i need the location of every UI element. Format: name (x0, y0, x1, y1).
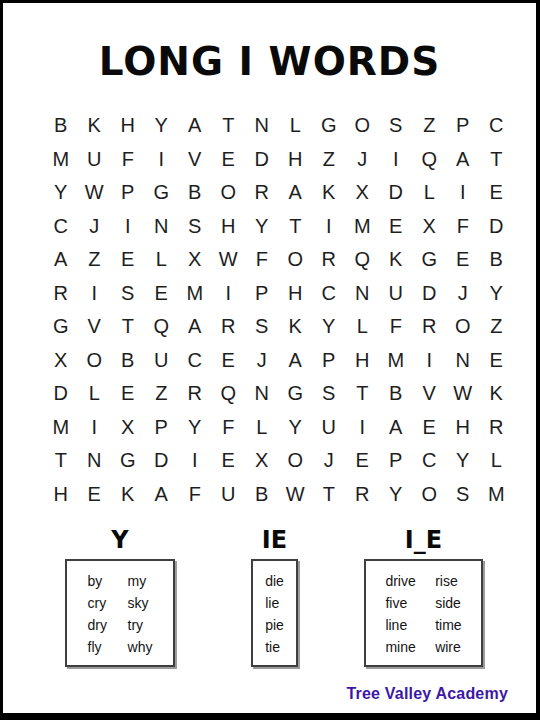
word-list-box: drivefivelineminerisesidetimewire (364, 559, 483, 667)
grid-cell-letter: U (379, 277, 413, 311)
grid-cell-letter: E (78, 478, 112, 512)
grid-cell-letter: X (245, 444, 279, 478)
word-list-item: time (435, 618, 461, 632)
grid-cell-letter: S (245, 310, 279, 344)
grid-cell-letter: S (379, 109, 413, 143)
grid-cell-letter: Z (312, 143, 346, 177)
grid-cell-letter: Y (178, 411, 212, 445)
grid-cell-letter: C (413, 444, 447, 478)
grid-cell-letter: F (379, 310, 413, 344)
grid-cell-letter: M (379, 344, 413, 378)
grid-cell-letter: Y (480, 277, 514, 311)
word-list-column: risesidetimewire (435, 574, 461, 665)
grid-cell-letter: U (212, 478, 246, 512)
grid-cell-letter: D (245, 143, 279, 177)
grid-cell-letter: A (178, 310, 212, 344)
grid-cell-letter: N (245, 109, 279, 143)
grid-cell-letter: O (78, 344, 112, 378)
grid-cell-letter: C (44, 210, 78, 244)
grid-cell-letter: B (44, 109, 78, 143)
word-group-i_e: I_Edrivefivelineminerisesidetimewire (364, 521, 483, 667)
grid-cell-letter: N (245, 377, 279, 411)
grid-cell-letter: E (111, 243, 145, 277)
grid-cell-letter: O (279, 444, 313, 478)
grid-cell-letter: Y (446, 444, 480, 478)
grid-cell-letter: U (312, 411, 346, 445)
grid-cell-letter: F (245, 243, 279, 277)
word-list-item: pie (265, 618, 284, 632)
word-list-item: side (435, 596, 461, 610)
grid-cell-letter: V (413, 377, 447, 411)
grid-cell-letter: U (145, 344, 179, 378)
grid-cell-letter: J (78, 210, 112, 244)
grid-cell-letter: S (446, 478, 480, 512)
grid-cell-letter: L (78, 377, 112, 411)
grid-cell-letter: X (111, 411, 145, 445)
grid-cell-letter: B (111, 344, 145, 378)
grid-cell-letter: H (346, 344, 380, 378)
grid-cell-letter: R (212, 310, 246, 344)
word-list-column: dieliepietie (265, 574, 284, 665)
grid-cell-letter: M (480, 478, 514, 512)
grid-cell-letter: K (279, 310, 313, 344)
grid-cell-letter: X (178, 243, 212, 277)
grid-cell-letter: L (480, 444, 514, 478)
grid-cell-letter: M (44, 143, 78, 177)
grid-cell-letter: I (111, 210, 145, 244)
grid-cell-letter: H (279, 143, 313, 177)
grid-cell-letter: A (446, 143, 480, 177)
grid-cell-letter: N (145, 210, 179, 244)
grid-cell-letter: Y (279, 411, 313, 445)
grid-cell-letter: Z (145, 377, 179, 411)
grid-cell-letter: O (413, 478, 447, 512)
grid-cell-letter: E (212, 143, 246, 177)
grid-cell-letter: L (145, 243, 179, 277)
grid-cell-letter: Y (145, 109, 179, 143)
grid-cell-letter: Z (480, 310, 514, 344)
grid-cell-letter: X (413, 210, 447, 244)
grid-cell-letter: H (279, 277, 313, 311)
word-list-item: my (128, 574, 147, 588)
grid-cell-letter: K (78, 109, 112, 143)
word-list-item: sky (128, 596, 149, 610)
grid-cell-letter: A (279, 176, 313, 210)
grid-cell-letter: M (346, 210, 380, 244)
grid-cell-letter: Q (212, 377, 246, 411)
grid-cell-letter: C (312, 277, 346, 311)
word-list-item: dry (88, 618, 107, 632)
grid-cell-letter: X (346, 176, 380, 210)
word-group-heading: Y (65, 521, 175, 553)
grid-cell-letter: L (279, 109, 313, 143)
grid-cell-letter: C (178, 344, 212, 378)
grid-cell-letter: L (346, 310, 380, 344)
grid-cell-letter: E (145, 277, 179, 311)
grid-cell-letter: F (111, 143, 145, 177)
grid-cell-letter: O (212, 176, 246, 210)
grid-cell-letter: I (346, 411, 380, 445)
grid-cell-letter: T (111, 310, 145, 344)
grid-cell-letter: Q (346, 243, 380, 277)
grid-cell-letter: E (413, 411, 447, 445)
grid-cell-letter: O (279, 243, 313, 277)
grid-cell-letter: P (312, 344, 346, 378)
page-title: LONG I WORDS (3, 41, 536, 83)
grid-cell-letter: H (111, 109, 145, 143)
word-list-item: wire (435, 640, 461, 654)
grid-cell-letter: W (279, 478, 313, 512)
grid-cell-letter: D (480, 210, 514, 244)
grid-cell-letter: P (245, 277, 279, 311)
grid-cell-letter: Y (245, 210, 279, 244)
grid-cell-letter: O (346, 109, 380, 143)
grid-cell-letter: R (480, 411, 514, 445)
grid-cell-letter: A (178, 109, 212, 143)
grid-cell-letter: F (446, 210, 480, 244)
grid-cell-letter: E (480, 344, 514, 378)
grid-cell-letter: I (312, 210, 346, 244)
grid-cell-letter: T (44, 444, 78, 478)
grid-cell-letter: Q (413, 143, 447, 177)
grid-cell-letter: S (111, 277, 145, 311)
grid-cell-letter: B (178, 176, 212, 210)
grid-cell-letter: H (446, 411, 480, 445)
grid-cell-letter: J (446, 277, 480, 311)
word-list-item: mine (385, 640, 415, 654)
grid-cell-letter: J (245, 344, 279, 378)
grid-cell-letter: H (212, 210, 246, 244)
grid-cell-letter: S (312, 377, 346, 411)
grid-cell-letter: G (44, 310, 78, 344)
grid-cell-letter: R (44, 277, 78, 311)
word-list-item: line (385, 618, 407, 632)
grid-cell-letter: R (178, 377, 212, 411)
grid-cell-letter: N (78, 444, 112, 478)
grid-cell-letter: A (44, 243, 78, 277)
grid-cell-letter: D (145, 444, 179, 478)
grid-cell-letter: R (346, 478, 380, 512)
word-list-column: bycrydryfly (88, 574, 107, 665)
grid-cell-letter: T (346, 377, 380, 411)
word-group-heading: I_E (364, 521, 483, 553)
grid-cell-letter: E (212, 444, 246, 478)
grid-cell-letter: E (212, 344, 246, 378)
grid-cell-letter: F (212, 411, 246, 445)
word-list-box: bycrydryflymyskytrywhy (65, 559, 175, 667)
grid-cell-letter: B (245, 478, 279, 512)
grid-cell-letter: N (446, 344, 480, 378)
word-list-item: why (128, 640, 153, 654)
word-list-item: fly (88, 640, 102, 654)
grid-cell-letter: U (78, 143, 112, 177)
grid-cell-letter: K (111, 478, 145, 512)
grid-cell-letter: H (44, 478, 78, 512)
word-list-item: lie (265, 596, 279, 610)
word-list-item: die (265, 574, 284, 588)
grid-cell-letter: L (245, 411, 279, 445)
grid-cell-letter: I (145, 143, 179, 177)
grid-cell-letter: G (413, 243, 447, 277)
grid-cell-letter: Z (413, 109, 447, 143)
grid-cell-letter: I (379, 143, 413, 177)
grid-cell-letter: W (446, 377, 480, 411)
grid-cell-letter: B (379, 377, 413, 411)
grid-cell-letter: K (480, 377, 514, 411)
word-group-y: Ybycrydryflymyskytrywhy (65, 521, 175, 667)
grid-cell-letter: Q (145, 310, 179, 344)
word-list-box: dieliepietie (251, 559, 298, 667)
word-list-item: try (128, 618, 144, 632)
grid-cell-letter: E (346, 444, 380, 478)
grid-cell-letter: T (480, 143, 514, 177)
grid-cell-letter: T (279, 210, 313, 244)
grid-cell-letter: J (312, 444, 346, 478)
grid-cell-letter: C (480, 109, 514, 143)
grid-cell-letter: W (78, 176, 112, 210)
word-list-item: by (88, 574, 103, 588)
grid-cell-letter: I (78, 277, 112, 311)
word-list-item: rise (435, 574, 458, 588)
grid-cell-letter: N (346, 277, 380, 311)
word-list-item: five (385, 596, 407, 610)
grid-cell-letter: D (413, 277, 447, 311)
worksheet-page: LONG I WORDS BKHYATNLGOSZPCMUFIVEDHZJIQA… (0, 0, 540, 720)
grid-cell-letter: P (379, 444, 413, 478)
grid-cell-letter: J (346, 143, 380, 177)
grid-cell-letter: K (312, 176, 346, 210)
grid-cell-letter: P (446, 109, 480, 143)
grid-cell-letter: G (279, 377, 313, 411)
grid-cell-letter: K (379, 243, 413, 277)
grid-cell-letter: I (212, 277, 246, 311)
grid-cell-letter: Y (312, 310, 346, 344)
grid-cell-letter: Y (44, 176, 78, 210)
word-list-item: tie (265, 640, 280, 654)
grid-cell-letter: M (178, 277, 212, 311)
grid-cell-letter: Z (78, 243, 112, 277)
grid-cell-letter: A (145, 478, 179, 512)
grid-cell-letter: R (245, 176, 279, 210)
word-search-grid: BKHYATNLGOSZPCMUFIVEDHZJIQATYWPGBORAKXDL… (44, 109, 513, 511)
grid-cell-letter: G (111, 444, 145, 478)
grid-cell-letter: A (279, 344, 313, 378)
grid-cell-letter: T (312, 478, 346, 512)
grid-cell-letter: F (178, 478, 212, 512)
grid-cell-letter: G (312, 109, 346, 143)
grid-cell-letter: I (178, 444, 212, 478)
grid-cell-letter: L (413, 176, 447, 210)
word-group-heading: IE (251, 521, 298, 553)
grid-cell-letter: R (312, 243, 346, 277)
grid-cell-letter: I (78, 411, 112, 445)
grid-cell-letter: Y (379, 478, 413, 512)
grid-cell-letter: G (145, 176, 179, 210)
grid-cell-letter: D (379, 176, 413, 210)
grid-cell-letter: E (379, 210, 413, 244)
word-list-item: drive (385, 574, 415, 588)
grid-cell-letter: W (212, 243, 246, 277)
grid-cell-letter: E (111, 377, 145, 411)
word-list-column: myskytrywhy (128, 574, 153, 665)
grid-cell-letter: D (44, 377, 78, 411)
grid-cell-letter: I (413, 344, 447, 378)
footer-credit: Tree Valley Academy (346, 685, 508, 703)
word-list-item: cry (88, 596, 107, 610)
grid-cell-letter: O (446, 310, 480, 344)
grid-cell-letter: R (413, 310, 447, 344)
grid-cell-letter: V (78, 310, 112, 344)
grid-cell-letter: X (44, 344, 78, 378)
grid-cell-letter: E (480, 176, 514, 210)
grid-cell-letter: T (212, 109, 246, 143)
word-list-column: drivefivelinemine (385, 574, 415, 665)
grid-cell-letter: B (480, 243, 514, 277)
grid-cell-letter: I (446, 176, 480, 210)
grid-cell-letter: E (446, 243, 480, 277)
word-group-ie: IEdieliepietie (251, 521, 298, 667)
grid-cell-letter: A (379, 411, 413, 445)
grid-cell-letter: S (178, 210, 212, 244)
grid-cell-letter: M (44, 411, 78, 445)
grid-cell-letter: P (145, 411, 179, 445)
grid-cell-letter: V (178, 143, 212, 177)
grid-cell-letter: P (111, 176, 145, 210)
